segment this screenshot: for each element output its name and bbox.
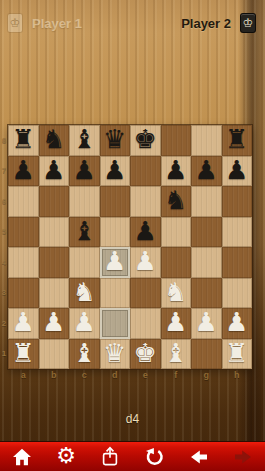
app-screen: ♔ Player 1 Player 2 ♔ 87654321 ♜♞♝♛♚♜♟♟♟… — [0, 0, 265, 471]
home-button[interactable] — [5, 442, 39, 471]
header: ♔ Player 1 Player 2 ♔ — [0, 11, 265, 35]
square-g7[interactable]: ♟ — [191, 156, 222, 187]
rank-label-8: 8 — [0, 125, 8, 156]
square-e4[interactable]: ♟ — [130, 247, 161, 278]
square-f8[interactable] — [161, 125, 192, 156]
square-b5[interactable] — [39, 217, 70, 248]
piece-wn-f3[interactable]: ♞ — [164, 279, 187, 305]
piece-wp-g2[interactable]: ♟ — [195, 309, 218, 335]
square-h2[interactable]: ♟ — [222, 308, 253, 339]
piece-wp-b2[interactable]: ♟ — [42, 309, 65, 335]
piece-bp-e5[interactable]: ♟ — [134, 218, 157, 244]
square-g6[interactable] — [191, 186, 222, 217]
piece-wp-f2[interactable]: ♟ — [164, 309, 187, 335]
file-label-h: h — [222, 370, 253, 382]
piece-wp-c2[interactable]: ♟ — [73, 309, 96, 335]
share-button[interactable] — [93, 442, 127, 471]
square-d6[interactable] — [100, 186, 131, 217]
square-e8[interactable]: ♚ — [130, 125, 161, 156]
square-c1[interactable]: ♝ — [69, 339, 100, 370]
square-b2[interactable]: ♟ — [39, 308, 70, 339]
piece-wb-c1[interactable]: ♝ — [73, 340, 96, 366]
file-label-c: c — [69, 370, 100, 382]
square-f3[interactable]: ♞ — [161, 278, 192, 309]
square-e1[interactable]: ♚ — [130, 339, 161, 370]
rank-label-3: 3 — [0, 278, 8, 309]
square-h4[interactable] — [222, 247, 253, 278]
piece-wp-d4[interactable]: ♟ — [103, 248, 126, 274]
square-c2[interactable]: ♟ — [69, 308, 100, 339]
square-d1[interactable]: ♛ — [100, 339, 131, 370]
piece-wr-a1[interactable]: ♜ — [12, 340, 35, 366]
piece-bp-f7[interactable]: ♟ — [164, 157, 187, 183]
square-h3[interactable] — [222, 278, 253, 309]
square-c6[interactable] — [69, 186, 100, 217]
square-a1[interactable]: ♜ — [8, 339, 39, 370]
square-f2[interactable]: ♟ — [161, 308, 192, 339]
square-f1[interactable]: ♝ — [161, 339, 192, 370]
square-g1[interactable] — [191, 339, 222, 370]
rank-label-7: 7 — [0, 156, 8, 187]
square-h6[interactable] — [222, 186, 253, 217]
square-f5[interactable] — [161, 217, 192, 248]
file-label-e: e — [130, 370, 161, 382]
square-g2[interactable]: ♟ — [191, 308, 222, 339]
last-move-label: d4 — [0, 412, 265, 426]
rank-label-4: 4 — [0, 247, 8, 278]
rank-label-2: 2 — [0, 308, 8, 339]
piece-bp-a7[interactable]: ♟ — [12, 157, 35, 183]
square-a2[interactable]: ♟ — [8, 308, 39, 339]
piece-wp-e4[interactable]: ♟ — [134, 248, 157, 274]
square-a5[interactable] — [8, 217, 39, 248]
square-h7[interactable]: ♟ — [222, 156, 253, 187]
square-a6[interactable] — [8, 186, 39, 217]
square-c3[interactable]: ♞ — [69, 278, 100, 309]
square-h1[interactable]: ♜ — [222, 339, 253, 370]
square-a8[interactable]: ♜ — [8, 125, 39, 156]
square-e7[interactable] — [130, 156, 161, 187]
player1-name: Player 1 — [32, 16, 82, 31]
piece-bp-b7[interactable]: ♟ — [42, 157, 65, 183]
piece-bp-c7[interactable]: ♟ — [73, 157, 96, 183]
back-button[interactable] — [182, 442, 216, 471]
piece-wp-h2[interactable]: ♟ — [225, 309, 248, 335]
file-label-d: d — [100, 370, 131, 382]
gear-icon: ⚙ — [56, 445, 76, 467]
piece-bp-d7[interactable]: ♟ — [103, 157, 126, 183]
player1-info: ♔ Player 1 — [8, 11, 82, 35]
white-king-avatar-icon: ♔ — [8, 14, 22, 32]
settings-button[interactable]: ⚙ — [49, 442, 83, 471]
square-f4[interactable] — [161, 247, 192, 278]
undo-rotate-icon — [145, 447, 164, 466]
piece-wp-a2[interactable]: ♟ — [12, 309, 35, 335]
square-g5[interactable] — [191, 217, 222, 248]
piece-wk-e1[interactable]: ♚ — [134, 340, 157, 366]
square-d7[interactable]: ♟ — [100, 156, 131, 187]
piece-br-a8[interactable]: ♜ — [12, 126, 35, 152]
rank-label-1: 1 — [0, 339, 8, 370]
rank-label-5: 5 — [0, 217, 8, 248]
square-g4[interactable] — [191, 247, 222, 278]
square-h8[interactable]: ♜ — [222, 125, 253, 156]
piece-bn-f6[interactable]: ♞ — [164, 187, 187, 213]
file-labels: abcdefgh — [8, 370, 252, 382]
piece-bk-e8[interactable]: ♚ — [134, 126, 157, 152]
square-h5[interactable] — [222, 217, 253, 248]
square-d5[interactable] — [100, 217, 131, 248]
piece-bp-g7[interactable]: ♟ — [195, 157, 218, 183]
undo-button[interactable] — [138, 442, 172, 471]
piece-wr-h1[interactable]: ♜ — [225, 340, 248, 366]
share-icon — [101, 446, 119, 467]
square-g3[interactable] — [191, 278, 222, 309]
square-c4[interactable] — [69, 247, 100, 278]
square-b1[interactable] — [39, 339, 70, 370]
piece-wq-d1[interactable]: ♛ — [103, 340, 126, 366]
square-b6[interactable] — [39, 186, 70, 217]
player2-info: Player 2 ♔ — [181, 11, 255, 35]
piece-bp-h7[interactable]: ♟ — [225, 157, 248, 183]
player2-name: Player 2 — [181, 16, 231, 31]
square-b8[interactable]: ♞ — [39, 125, 70, 156]
file-label-b: b — [39, 370, 70, 382]
square-c5[interactable]: ♝ — [69, 217, 100, 248]
square-d4[interactable]: ♟ — [100, 247, 131, 278]
back-arrow-icon — [189, 449, 209, 465]
square-g8[interactable] — [191, 125, 222, 156]
piece-bq-d8[interactable]: ♛ — [103, 126, 126, 152]
square-c8[interactable]: ♝ — [69, 125, 100, 156]
square-a4[interactable] — [8, 247, 39, 278]
square-c7[interactable]: ♟ — [69, 156, 100, 187]
square-b7[interactable]: ♟ — [39, 156, 70, 187]
piece-wn-c3[interactable]: ♞ — [73, 279, 96, 305]
piece-bn-b8[interactable]: ♞ — [42, 126, 65, 152]
square-e6[interactable] — [130, 186, 161, 217]
file-label-a: a — [8, 370, 39, 382]
black-king-avatar-icon: ♔ — [241, 14, 255, 32]
rank-label-6: 6 — [0, 186, 8, 217]
piece-bb-c8[interactable]: ♝ — [73, 126, 96, 152]
square-d2[interactable] — [100, 308, 131, 339]
piece-br-h8[interactable]: ♜ — [225, 126, 248, 152]
square-b3[interactable] — [39, 278, 70, 309]
forward-button[interactable] — [226, 442, 260, 471]
square-e5[interactable]: ♟ — [130, 217, 161, 248]
chess-board[interactable]: ♜♞♝♛♚♜♟♟♟♟♟♟♟♞♝♟♟♟♞♞♟♟♟♟♟♟♜♝♛♚♝♜ — [8, 125, 252, 369]
square-f6[interactable]: ♞ — [161, 186, 192, 217]
forward-arrow-icon — [233, 449, 253, 465]
bottom-toolbar: ⚙ — [0, 441, 265, 471]
rank-labels: 87654321 — [0, 125, 8, 369]
square-a3[interactable] — [8, 278, 39, 309]
file-label-f: f — [161, 370, 192, 382]
piece-wb-f1[interactable]: ♝ — [164, 340, 187, 366]
square-d8[interactable]: ♛ — [100, 125, 131, 156]
piece-bb-c5[interactable]: ♝ — [73, 218, 96, 244]
square-a7[interactable]: ♟ — [8, 156, 39, 187]
file-label-g: g — [191, 370, 222, 382]
square-e3[interactable] — [130, 278, 161, 309]
square-b4[interactable] — [39, 247, 70, 278]
square-f7[interactable]: ♟ — [161, 156, 192, 187]
home-icon — [12, 448, 32, 466]
square-e2[interactable] — [130, 308, 161, 339]
square-d3[interactable] — [100, 278, 131, 309]
